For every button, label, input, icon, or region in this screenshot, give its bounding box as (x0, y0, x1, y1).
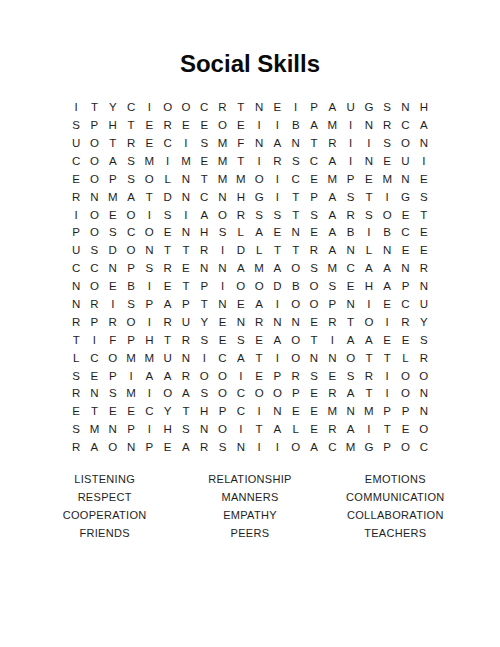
grid-cell[interactable]: E (67, 171, 85, 189)
grid-cell[interactable]: A (415, 117, 433, 135)
grid-cell[interactable]: C (287, 171, 305, 189)
grid-cell[interactable]: T (360, 349, 378, 367)
grid-cell[interactable]: I (122, 367, 140, 385)
grid-cell[interactable]: I (378, 385, 396, 403)
grid-cell[interactable]: C (213, 349, 231, 367)
grid-cell[interactable]: O (213, 206, 231, 224)
grid-cell[interactable]: T (232, 99, 250, 117)
grid-cell[interactable]: S (85, 242, 103, 260)
grid-cell[interactable]: A (360, 260, 378, 278)
grid-cell[interactable]: C (341, 260, 359, 278)
grid-cell[interactable]: H (195, 403, 213, 421)
grid-cell[interactable]: R (158, 117, 176, 135)
grid-cell[interactable]: F (104, 332, 122, 350)
grid-cell[interactable]: L (360, 242, 378, 260)
grid-cell[interactable]: A (140, 367, 158, 385)
grid-cell[interactable]: R (305, 242, 323, 260)
grid-cell[interactable]: I (213, 242, 231, 260)
grid-cell[interactable]: O (287, 332, 305, 350)
grid-cell[interactable]: T (195, 171, 213, 189)
grid-cell[interactable]: A (323, 206, 341, 224)
grid-cell[interactable]: A (268, 332, 286, 350)
grid-cell[interactable]: N (360, 153, 378, 171)
grid-cell[interactable]: M (140, 153, 158, 171)
grid-cell[interactable]: C (67, 153, 85, 171)
grid-cell[interactable]: A (250, 296, 268, 314)
grid-cell[interactable]: T (67, 332, 85, 350)
grid-cell[interactable]: I (158, 153, 176, 171)
grid-cell[interactable]: O (213, 367, 231, 385)
grid-cell[interactable]: E (232, 296, 250, 314)
grid-cell[interactable]: O (85, 224, 103, 242)
grid-cell[interactable]: S (122, 171, 140, 189)
grid-cell[interactable]: T (250, 421, 268, 439)
grid-cell[interactable]: N (213, 296, 231, 314)
grid-cell[interactable]: C (140, 403, 158, 421)
grid-cell[interactable]: I (268, 188, 286, 206)
grid-cell[interactable]: A (323, 188, 341, 206)
grid-cell[interactable]: M (323, 403, 341, 421)
grid-cell[interactable]: E (378, 153, 396, 171)
grid-cell[interactable]: N (213, 188, 231, 206)
grid-cell[interactable]: E (268, 224, 286, 242)
grid-cell[interactable]: O (250, 385, 268, 403)
grid-cell[interactable]: I (250, 153, 268, 171)
grid-cell[interactable]: I (360, 296, 378, 314)
grid-cell[interactable]: P (122, 421, 140, 439)
grid-cell[interactable]: N (250, 99, 268, 117)
grid-cell[interactable]: O (158, 385, 176, 403)
grid-cell[interactable]: E (177, 260, 195, 278)
grid-cell[interactable]: E (415, 171, 433, 189)
grid-cell[interactable]: C (67, 260, 85, 278)
grid-cell[interactable]: P (195, 278, 213, 296)
grid-cell[interactable]: P (323, 296, 341, 314)
grid-cell[interactable]: O (213, 421, 231, 439)
grid-cell[interactable]: P (85, 314, 103, 332)
grid-cell[interactable]: I (268, 349, 286, 367)
grid-cell[interactable]: O (287, 349, 305, 367)
grid-cell[interactable]: R (177, 332, 195, 350)
grid-cell[interactable]: N (177, 349, 195, 367)
grid-cell[interactable]: S (67, 367, 85, 385)
grid-cell[interactable]: N (396, 99, 414, 117)
grid-cell[interactable]: R (287, 367, 305, 385)
grid-cell[interactable]: M (213, 135, 231, 153)
grid-cell[interactable]: P (396, 403, 414, 421)
grid-cell[interactable]: I (140, 99, 158, 117)
grid-cell[interactable]: I (195, 349, 213, 367)
grid-cell[interactable]: T (104, 135, 122, 153)
grid-cell[interactable]: R (122, 135, 140, 153)
grid-cell[interactable]: E (415, 242, 433, 260)
grid-cell[interactable]: M (122, 349, 140, 367)
grid-cell[interactable]: O (396, 135, 414, 153)
grid-cell[interactable]: B (122, 278, 140, 296)
grid-cell[interactable]: O (378, 206, 396, 224)
grid-cell[interactable]: O (305, 278, 323, 296)
grid-cell[interactable]: R (67, 439, 85, 457)
grid-cell[interactable]: E (360, 171, 378, 189)
grid-cell[interactable]: N (268, 403, 286, 421)
grid-cell[interactable]: A (268, 135, 286, 153)
grid-cell[interactable]: I (140, 314, 158, 332)
grid-cell[interactable]: C (305, 153, 323, 171)
grid-cell[interactable]: C (122, 99, 140, 117)
grid-cell[interactable]: N (122, 439, 140, 457)
grid-cell[interactable]: I (177, 135, 195, 153)
grid-cell[interactable]: I (378, 188, 396, 206)
grid-cell[interactable]: T (341, 314, 359, 332)
grid-cell[interactable]: P (67, 224, 85, 242)
grid-cell[interactable]: M (104, 188, 122, 206)
grid-cell[interactable]: O (360, 314, 378, 332)
grid-cell[interactable]: E (415, 224, 433, 242)
grid-cell[interactable]: F (232, 135, 250, 153)
grid-cell[interactable]: A (305, 117, 323, 135)
grid-cell[interactable]: S (67, 117, 85, 135)
grid-cell[interactable]: B (287, 278, 305, 296)
grid-cell[interactable]: O (85, 135, 103, 153)
grid-cell[interactable]: O (287, 260, 305, 278)
grid-cell[interactable]: C (85, 349, 103, 367)
grid-cell[interactable]: N (287, 314, 305, 332)
grid-cell[interactable]: D (268, 278, 286, 296)
grid-cell[interactable]: O (396, 439, 414, 457)
grid-cell[interactable]: E (378, 296, 396, 314)
grid-cell[interactable]: A (177, 385, 195, 403)
grid-cell[interactable]: A (195, 206, 213, 224)
grid-cell[interactable]: N (378, 242, 396, 260)
grid-cell[interactable]: S (341, 367, 359, 385)
grid-cell[interactable]: A (268, 260, 286, 278)
grid-cell[interactable]: S (232, 332, 250, 350)
grid-cell[interactable]: E (396, 332, 414, 350)
grid-cell[interactable]: O (250, 278, 268, 296)
grid-cell[interactable]: I (268, 296, 286, 314)
grid-cell[interactable]: N (360, 117, 378, 135)
grid-cell[interactable]: A (158, 296, 176, 314)
grid-cell[interactable]: R (378, 117, 396, 135)
grid-cell[interactable]: E (140, 117, 158, 135)
grid-cell[interactable]: N (104, 260, 122, 278)
grid-cell[interactable]: O (232, 278, 250, 296)
grid-cell[interactable]: R (177, 367, 195, 385)
grid-cell[interactable]: M (360, 403, 378, 421)
grid-cell[interactable]: A (360, 332, 378, 350)
grid-cell[interactable]: C (396, 296, 414, 314)
grid-cell[interactable]: T (287, 206, 305, 224)
grid-cell[interactable]: T (360, 188, 378, 206)
grid-cell[interactable]: N (195, 421, 213, 439)
grid-cell[interactable]: T (360, 385, 378, 403)
grid-cell[interactable]: T (158, 242, 176, 260)
grid-cell[interactable]: I (232, 367, 250, 385)
grid-cell[interactable]: S (122, 153, 140, 171)
grid-cell[interactable]: N (415, 135, 433, 153)
grid-cell[interactable]: O (396, 367, 414, 385)
grid-cell[interactable]: N (287, 135, 305, 153)
grid-cell[interactable]: O (122, 314, 140, 332)
grid-cell[interactable]: I (341, 153, 359, 171)
grid-cell[interactable]: B (341, 224, 359, 242)
grid-cell[interactable]: R (415, 349, 433, 367)
grid-cell[interactable]: E (104, 278, 122, 296)
grid-cell[interactable]: R (323, 385, 341, 403)
grid-cell[interactable]: P (305, 99, 323, 117)
grid-cell[interactable]: P (378, 439, 396, 457)
grid-cell[interactable]: O (177, 99, 195, 117)
grid-cell[interactable]: I (378, 314, 396, 332)
grid-cell[interactable]: S (213, 439, 231, 457)
grid-cell[interactable]: L (250, 242, 268, 260)
grid-cell[interactable]: S (341, 188, 359, 206)
grid-cell[interactable]: A (323, 224, 341, 242)
grid-cell[interactable]: I (341, 117, 359, 135)
grid-cell[interactable]: O (122, 242, 140, 260)
grid-cell[interactable]: N (341, 403, 359, 421)
grid-cell[interactable]: E (287, 403, 305, 421)
grid-cell[interactable]: G (360, 439, 378, 457)
grid-cell[interactable]: E (250, 367, 268, 385)
grid-cell[interactable]: P (122, 260, 140, 278)
grid-cell[interactable]: E (158, 224, 176, 242)
grid-cell[interactable]: N (177, 188, 195, 206)
grid-cell[interactable]: P (378, 403, 396, 421)
grid-cell[interactable]: C (195, 99, 213, 117)
grid-cell[interactable]: S (305, 367, 323, 385)
grid-cell[interactable]: E (305, 385, 323, 403)
grid-cell[interactable]: T (177, 403, 195, 421)
grid-cell[interactable]: S (305, 206, 323, 224)
grid-cell[interactable]: S (323, 278, 341, 296)
grid-cell[interactable]: E (122, 403, 140, 421)
grid-cell[interactable]: N (177, 171, 195, 189)
grid-cell[interactable]: M (250, 260, 268, 278)
grid-cell[interactable]: A (378, 278, 396, 296)
grid-cell[interactable]: G (360, 99, 378, 117)
grid-cell[interactable]: C (396, 224, 414, 242)
grid-cell[interactable]: E (305, 421, 323, 439)
grid-cell[interactable]: S (213, 224, 231, 242)
grid-cell[interactable]: E (158, 439, 176, 457)
grid-cell[interactable]: S (104, 385, 122, 403)
grid-cell[interactable]: O (195, 367, 213, 385)
grid-cell[interactable]: E (104, 206, 122, 224)
grid-cell[interactable]: P (104, 171, 122, 189)
grid-cell[interactable]: P (85, 117, 103, 135)
grid-cell[interactable]: L (287, 421, 305, 439)
grid-cell[interactable]: N (305, 349, 323, 367)
grid-cell[interactable]: O (85, 278, 103, 296)
grid-cell[interactable]: N (67, 278, 85, 296)
grid-cell[interactable]: C (232, 385, 250, 403)
grid-cell[interactable]: P (268, 367, 286, 385)
grid-cell[interactable]: E (158, 278, 176, 296)
grid-cell[interactable]: A (305, 439, 323, 457)
grid-cell[interactable]: A (104, 153, 122, 171)
grid-cell[interactable]: T (287, 242, 305, 260)
grid-cell[interactable]: T (195, 296, 213, 314)
grid-cell[interactable]: R (396, 314, 414, 332)
grid-cell[interactable]: A (341, 385, 359, 403)
grid-cell[interactable]: N (232, 439, 250, 457)
grid-cell[interactable]: E (104, 403, 122, 421)
grid-cell[interactable]: R (323, 421, 341, 439)
grid-cell[interactable]: E (213, 314, 231, 332)
grid-cell[interactable]: L (396, 349, 414, 367)
grid-cell[interactable]: S (415, 332, 433, 350)
grid-cell[interactable]: R (67, 188, 85, 206)
grid-cell[interactable]: E (177, 117, 195, 135)
grid-cell[interactable]: I (268, 439, 286, 457)
grid-cell[interactable]: S (177, 421, 195, 439)
grid-cell[interactable]: N (341, 242, 359, 260)
grid-cell[interactable]: E (67, 403, 85, 421)
grid-cell[interactable]: D (232, 242, 250, 260)
grid-cell[interactable]: E (140, 135, 158, 153)
grid-cell[interactable]: T (85, 99, 103, 117)
grid-cell[interactable]: S (158, 206, 176, 224)
grid-cell[interactable]: H (104, 117, 122, 135)
grid-cell[interactable]: S (140, 260, 158, 278)
grid-cell[interactable]: S (67, 421, 85, 439)
grid-cell[interactable]: Y (415, 314, 433, 332)
grid-cell[interactable]: S (415, 188, 433, 206)
grid-cell[interactable]: E (305, 314, 323, 332)
grid-cell[interactable]: I (341, 135, 359, 153)
grid-cell[interactable]: U (415, 296, 433, 314)
grid-cell[interactable]: O (287, 439, 305, 457)
grid-cell[interactable]: M (323, 260, 341, 278)
grid-cell[interactable]: R (250, 314, 268, 332)
grid-cell[interactable]: I (140, 421, 158, 439)
grid-cell[interactable]: O (140, 171, 158, 189)
grid-cell[interactable]: I (140, 385, 158, 403)
grid-cell[interactable]: T (305, 135, 323, 153)
grid-cell[interactable]: A (341, 421, 359, 439)
grid-cell[interactable]: P (341, 171, 359, 189)
grid-cell[interactable]: I (140, 206, 158, 224)
grid-cell[interactable]: U (177, 314, 195, 332)
grid-cell[interactable]: Y (104, 99, 122, 117)
grid-cell[interactable]: A (323, 242, 341, 260)
grid-cell[interactable]: N (195, 260, 213, 278)
grid-cell[interactable]: I (213, 278, 231, 296)
grid-cell[interactable]: H (232, 188, 250, 206)
grid-cell[interactable]: L (232, 224, 250, 242)
grid-cell[interactable]: H (158, 421, 176, 439)
grid-cell[interactable]: A (122, 188, 140, 206)
grid-cell[interactable]: R (415, 260, 433, 278)
grid-cell[interactable]: I (323, 332, 341, 350)
grid-cell[interactable]: N (85, 385, 103, 403)
grid-cell[interactable]: S (250, 206, 268, 224)
grid-cell[interactable]: E (341, 278, 359, 296)
grid-cell[interactable]: R (104, 314, 122, 332)
grid-cell[interactable]: C (323, 439, 341, 457)
grid-cell[interactable]: N (67, 296, 85, 314)
grid-cell[interactable]: O (287, 296, 305, 314)
grid-cell[interactable]: C (122, 224, 140, 242)
grid-cell[interactable]: E (268, 99, 286, 117)
grid-cell[interactable]: E (378, 332, 396, 350)
grid-cell[interactable]: A (378, 260, 396, 278)
grid-cell[interactable]: N (250, 135, 268, 153)
grid-cell[interactable]: N (177, 224, 195, 242)
grid-cell[interactable]: E (323, 367, 341, 385)
grid-cell[interactable]: N (213, 260, 231, 278)
grid-cell[interactable]: O (213, 117, 231, 135)
grid-cell[interactable]: N (415, 403, 433, 421)
grid-cell[interactable]: T (250, 349, 268, 367)
grid-cell[interactable]: R (158, 260, 176, 278)
grid-cell[interactable]: R (85, 296, 103, 314)
grid-cell[interactable]: O (104, 439, 122, 457)
grid-cell[interactable]: M (341, 439, 359, 457)
grid-cell[interactable]: E (213, 332, 231, 350)
grid-cell[interactable]: R (360, 367, 378, 385)
grid-cell[interactable]: C (85, 260, 103, 278)
grid-cell[interactable]: O (268, 385, 286, 403)
grid-cell[interactable]: B (287, 117, 305, 135)
grid-cell[interactable]: I (287, 99, 305, 117)
grid-cell[interactable]: M (378, 171, 396, 189)
grid-cell[interactable]: S (287, 153, 305, 171)
grid-cell[interactable]: O (396, 385, 414, 403)
grid-cell[interactable]: O (85, 206, 103, 224)
grid-cell[interactable]: T (85, 403, 103, 421)
grid-cell[interactable]: O (415, 367, 433, 385)
grid-cell[interactable]: T (415, 206, 433, 224)
grid-cell[interactable]: P (104, 367, 122, 385)
grid-cell[interactable]: A (158, 367, 176, 385)
grid-cell[interactable]: H (415, 99, 433, 117)
grid-cell[interactable]: N (268, 314, 286, 332)
grid-cell[interactable]: N (415, 278, 433, 296)
grid-cell[interactable]: C (158, 135, 176, 153)
grid-cell[interactable]: G (250, 188, 268, 206)
grid-cell[interactable]: E (396, 206, 414, 224)
grid-cell[interactable]: P (122, 332, 140, 350)
grid-cell[interactable]: I (140, 278, 158, 296)
grid-cell[interactable]: R (158, 314, 176, 332)
grid-cell[interactable]: T (177, 278, 195, 296)
grid-cell[interactable]: S (195, 385, 213, 403)
grid-cell[interactable]: A (85, 439, 103, 457)
grid-cell[interactable]: S (195, 332, 213, 350)
grid-cell[interactable]: R (213, 99, 231, 117)
grid-cell[interactable]: I (104, 296, 122, 314)
grid-cell[interactable]: N (85, 188, 103, 206)
grid-cell[interactable]: N (341, 296, 359, 314)
grid-cell[interactable]: O (415, 421, 433, 439)
grid-cell[interactable]: T (268, 242, 286, 260)
grid-cell[interactable]: P (140, 296, 158, 314)
grid-cell[interactable]: T (378, 349, 396, 367)
grid-cell[interactable]: I (268, 171, 286, 189)
grid-cell[interactable]: D (158, 188, 176, 206)
grid-cell[interactable]: T (287, 188, 305, 206)
grid-cell[interactable]: N (323, 349, 341, 367)
grid-cell[interactable]: S (268, 206, 286, 224)
grid-cell[interactable]: Y (195, 314, 213, 332)
grid-cell[interactable]: N (232, 314, 250, 332)
grid-cell[interactable]: I (250, 403, 268, 421)
grid-cell[interactable]: T (177, 242, 195, 260)
grid-cell[interactable]: R (195, 439, 213, 457)
grid-cell[interactable]: I (360, 135, 378, 153)
